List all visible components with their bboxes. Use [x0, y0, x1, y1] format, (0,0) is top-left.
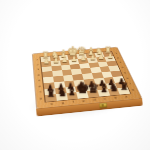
- chess-set-photo: hgfedcba 12345678 12345678 ♜♞♝♚♛♝♞♜♟♟♟♟♟…: [35, 27, 129, 121]
- piece-white-king: ♚: [66, 45, 79, 58]
- piece-black-pawn: ♟: [114, 78, 129, 86]
- piece-black-knight: ♞: [106, 83, 121, 93]
- piece-white-pawn: ♟: [39, 58, 52, 65]
- piece-white-knight: ♞: [93, 47, 106, 56]
- piece-white-queen: ♛: [75, 46, 88, 57]
- piece-black-knight: ♞: [54, 88, 69, 98]
- piece-white-knight: ♞: [48, 50, 61, 59]
- piece-white-pawn: ♟: [77, 55, 90, 62]
- brass-clasp: [99, 102, 107, 108]
- piece-white-bishop: ♝: [84, 46, 97, 56]
- piece-white-pawn: ♟: [104, 52, 117, 59]
- piece-white-bishop: ♝: [57, 49, 70, 59]
- chess-board: hgfedcba 12345678 12345678 ♜♞♝♚♛♝♞♜♟♟♟♟♟…: [33, 47, 141, 108]
- piece-white-rook: ♜: [39, 51, 52, 59]
- piece-white-pawn: ♟: [95, 53, 108, 60]
